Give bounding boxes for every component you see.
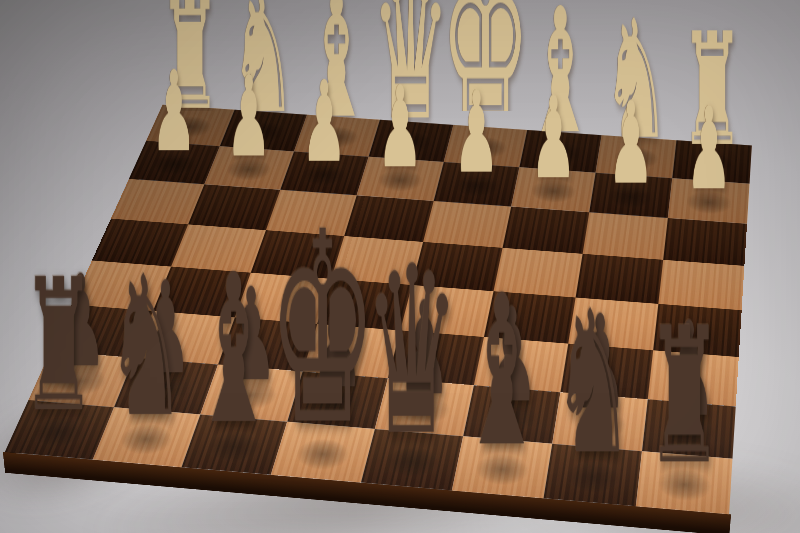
square-a3[interactable] [663,218,747,266]
square-b3[interactable] [583,212,668,260]
scene: ♜♞♝♛♚♝♞♜♟♟♟♟♟♟♟♟♟♟♟♟♟♟♟♟♜♞♝♚♛♝♞♜ [0,0,800,533]
board-perspective-container: ♜♞♝♛♚♝♞♜♟♟♟♟♟♟♟♟♟♟♟♟♟♟♟♟♜♞♝♚♛♝♞♜ [0,0,800,533]
square-a8[interactable]: ♜ [636,451,733,514]
chessboard-squares: ♜♞♝♛♚♝♞♜♟♟♟♟♟♟♟♟♟♟♟♟♟♟♟♟♜♞♝♚♛♝♞♜ [5,105,752,514]
piece-white-pawn[interactable]: ♟ [646,95,772,203]
piece-black-rook[interactable]: ♜ [611,307,759,486]
square-c3[interactable] [503,207,590,254]
chessboard: ♜♞♝♛♚♝♞♜♟♟♟♟♟♟♟♟♟♟♟♟♟♟♟♟♜♞♝♚♛♝♞♜ [5,105,752,514]
square-a2[interactable]: ♟ [668,178,750,224]
